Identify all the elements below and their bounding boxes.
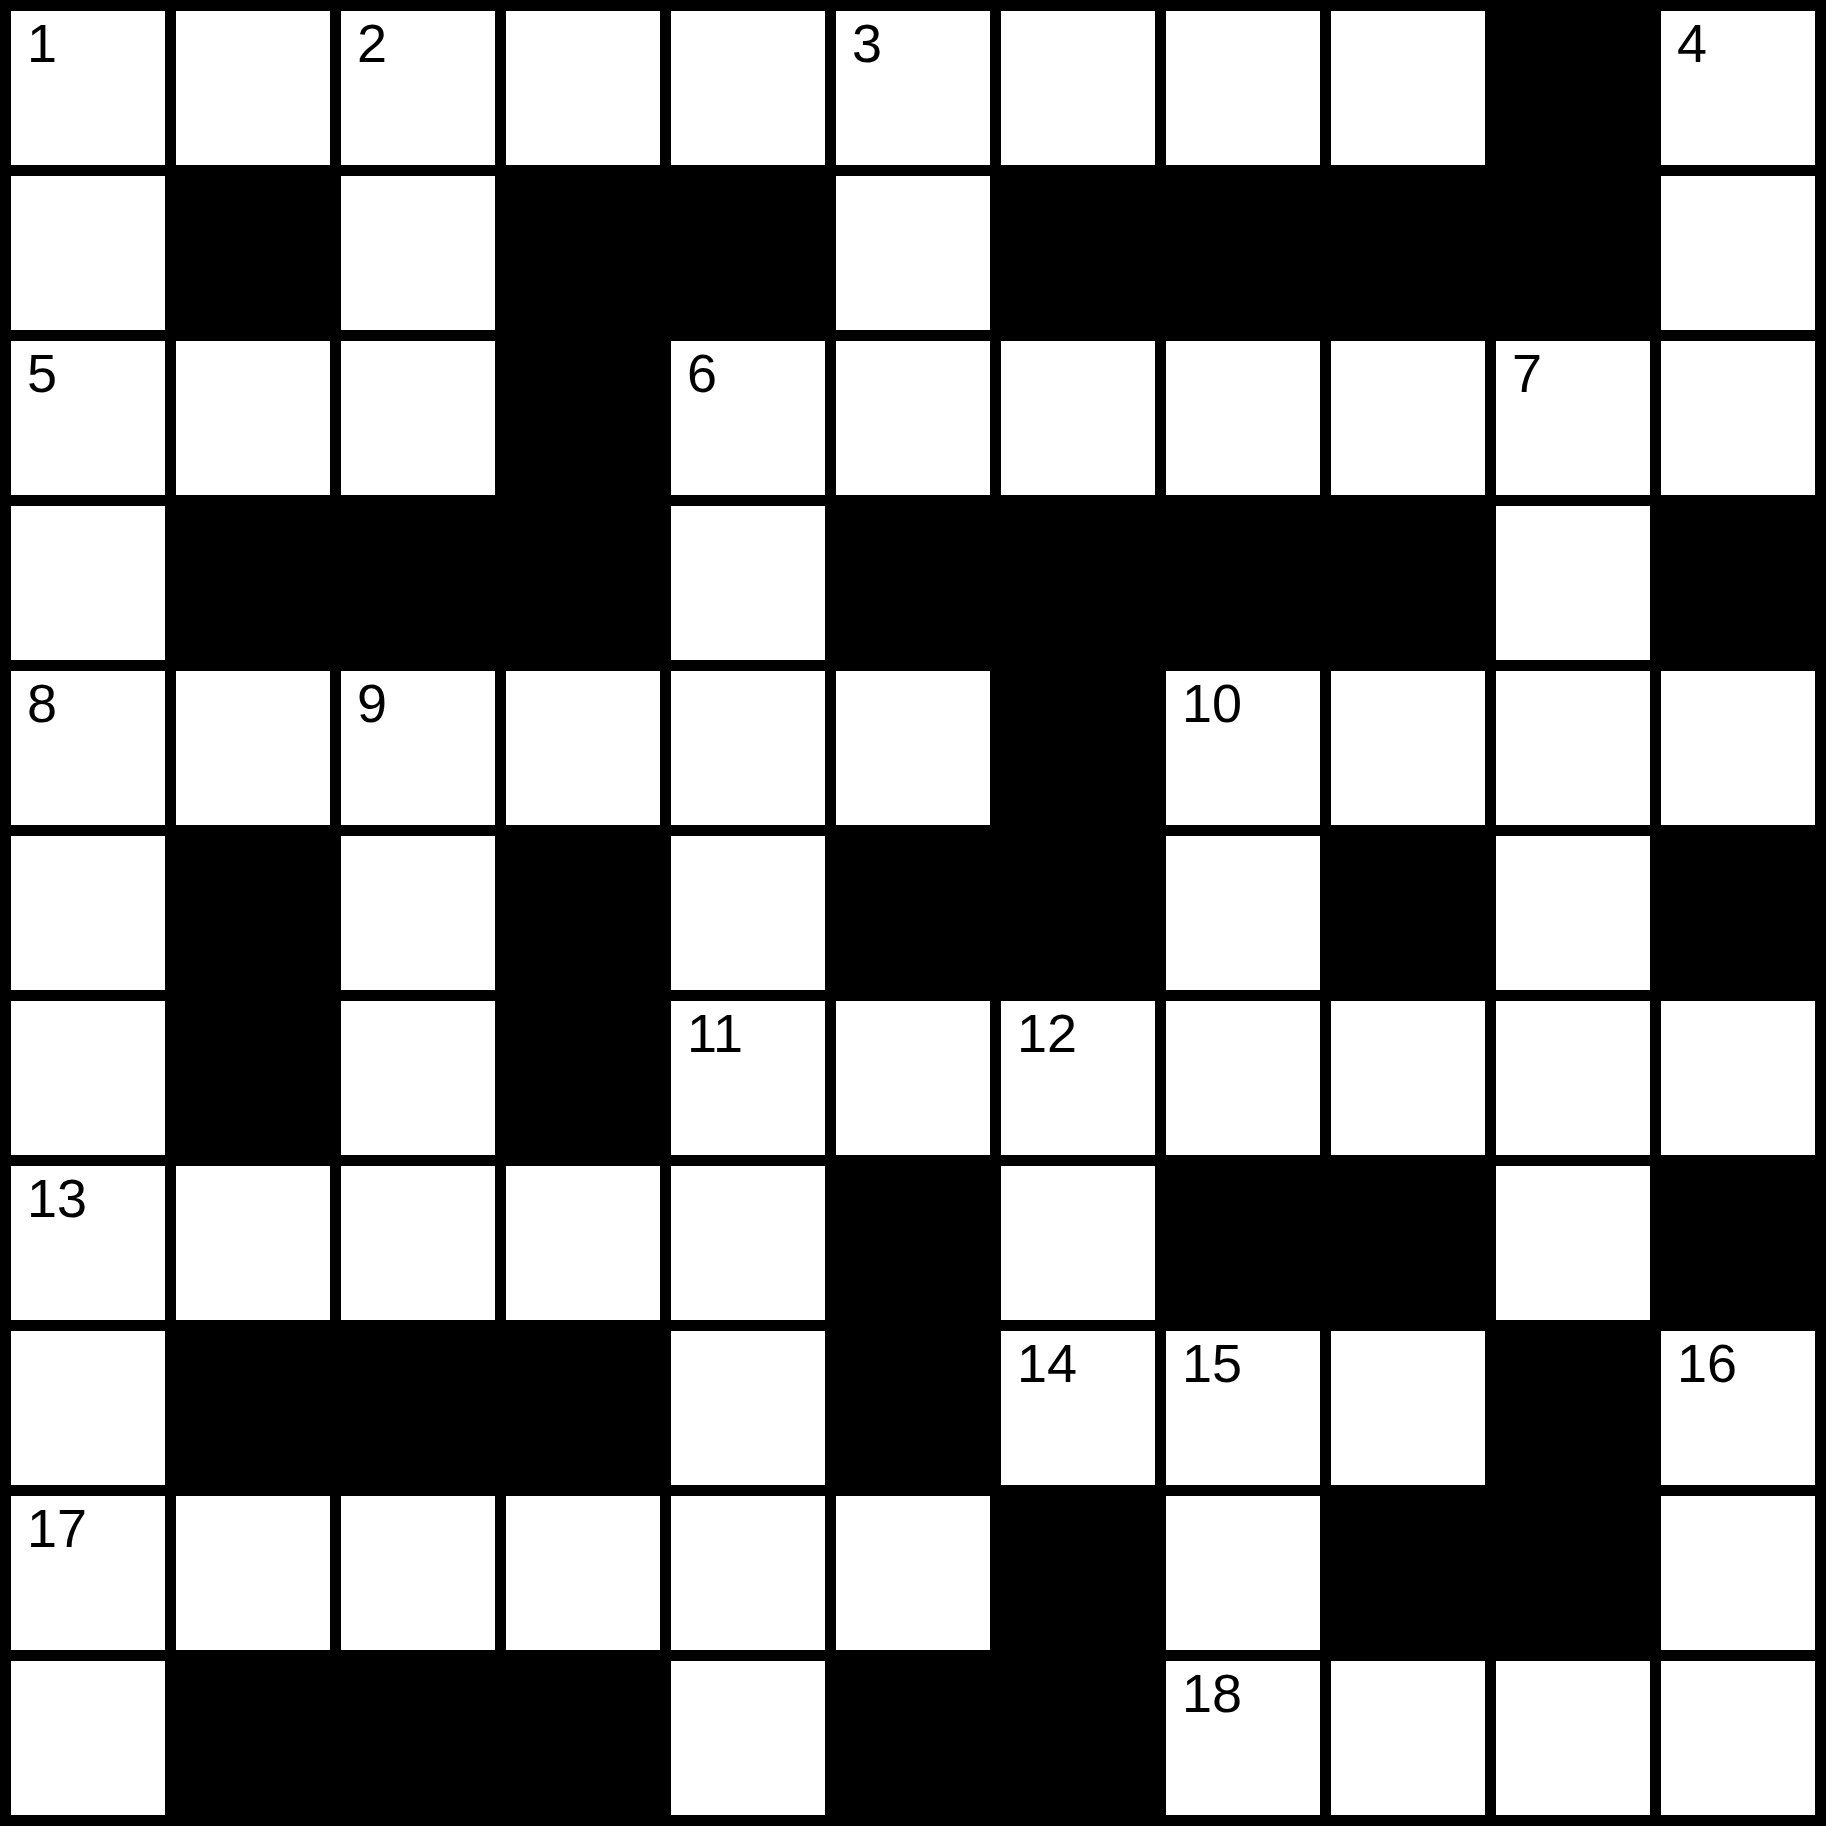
cell-r9c3[interactable] <box>506 1496 660 1650</box>
black-cell-r1c1 <box>176 176 330 330</box>
cell-r10c0[interactable] <box>11 1661 165 1815</box>
black-cell-r10c5 <box>836 1661 990 1815</box>
cell-r4c9[interactable] <box>1496 671 1650 825</box>
clue-number-14: 14 <box>1017 1336 1077 1390</box>
cell-r2c4[interactable]: 6 <box>671 341 825 495</box>
cell-r0c0[interactable]: 1 <box>11 11 165 165</box>
clue-number-9: 9 <box>357 676 387 730</box>
cell-r10c7[interactable]: 18 <box>1166 1661 1320 1815</box>
black-cell-r9c9 <box>1496 1496 1650 1650</box>
black-cell-r8c2 <box>341 1331 495 1485</box>
clue-number-6: 6 <box>687 346 717 400</box>
cell-r2c10[interactable] <box>1661 341 1815 495</box>
black-cell-r5c5 <box>836 836 990 990</box>
black-cell-r4c6 <box>1001 671 1155 825</box>
cell-r9c4[interactable] <box>671 1496 825 1650</box>
black-cell-r1c3 <box>506 176 660 330</box>
black-cell-r10c2 <box>341 1661 495 1815</box>
cell-r0c2[interactable]: 2 <box>341 11 495 165</box>
cell-r6c8[interactable] <box>1331 1001 1485 1155</box>
cell-r6c10[interactable] <box>1661 1001 1815 1155</box>
black-cell-r8c3 <box>506 1331 660 1485</box>
cell-r5c4[interactable] <box>671 836 825 990</box>
clue-number-13: 13 <box>27 1171 87 1225</box>
cell-r5c7[interactable] <box>1166 836 1320 990</box>
cell-r7c9[interactable] <box>1496 1166 1650 1320</box>
black-cell-r6c1 <box>176 1001 330 1155</box>
cell-r0c6[interactable] <box>1001 11 1155 165</box>
cell-r7c6[interactable] <box>1001 1166 1155 1320</box>
cell-r6c5[interactable] <box>836 1001 990 1155</box>
cell-r2c8[interactable] <box>1331 341 1485 495</box>
cell-r7c1[interactable] <box>176 1166 330 1320</box>
clue-number-4: 4 <box>1677 16 1707 70</box>
cell-r2c7[interactable] <box>1166 341 1320 495</box>
cell-r2c1[interactable] <box>176 341 330 495</box>
cell-r1c10[interactable] <box>1661 176 1815 330</box>
black-cell-r8c1 <box>176 1331 330 1485</box>
black-cell-r5c1 <box>176 836 330 990</box>
cell-r5c2[interactable] <box>341 836 495 990</box>
black-cell-r3c6 <box>1001 506 1155 660</box>
clue-number-16: 16 <box>1677 1336 1737 1390</box>
black-cell-r2c3 <box>506 341 660 495</box>
clue-number-12: 12 <box>1017 1006 1077 1060</box>
cell-r4c10[interactable] <box>1661 671 1815 825</box>
crossword-grid: 123456789101112131415161718 <box>0 0 1826 1826</box>
cell-r8c6[interactable]: 14 <box>1001 1331 1155 1485</box>
black-cell-r5c6 <box>1001 836 1155 990</box>
black-cell-r3c3 <box>506 506 660 660</box>
cell-r4c7[interactable]: 10 <box>1166 671 1320 825</box>
black-cell-r8c5 <box>836 1331 990 1485</box>
cell-r4c8[interactable] <box>1331 671 1485 825</box>
cell-r8c7[interactable]: 15 <box>1166 1331 1320 1485</box>
black-cell-r1c9 <box>1496 176 1650 330</box>
cell-r8c0[interactable] <box>11 1331 165 1485</box>
clue-number-17: 17 <box>27 1501 87 1555</box>
cell-r0c1[interactable] <box>176 11 330 165</box>
cell-r10c8[interactable] <box>1331 1661 1485 1815</box>
cell-r8c8[interactable] <box>1331 1331 1485 1485</box>
cell-r6c4[interactable]: 11 <box>671 1001 825 1155</box>
cell-r9c1[interactable] <box>176 1496 330 1650</box>
black-cell-r10c1 <box>176 1661 330 1815</box>
cell-r3c4[interactable] <box>671 506 825 660</box>
cell-r5c9[interactable] <box>1496 836 1650 990</box>
cell-r4c0[interactable]: 8 <box>11 671 165 825</box>
cell-r0c5[interactable]: 3 <box>836 11 990 165</box>
cell-r4c4[interactable] <box>671 671 825 825</box>
black-cell-r8c9 <box>1496 1331 1650 1485</box>
black-cell-r10c3 <box>506 1661 660 1815</box>
cell-r4c3[interactable] <box>506 671 660 825</box>
black-cell-r6c3 <box>506 1001 660 1155</box>
cell-r0c3[interactable] <box>506 11 660 165</box>
black-cell-r0c9 <box>1496 11 1650 165</box>
clue-number-3: 3 <box>852 16 882 70</box>
cell-r2c2[interactable] <box>341 341 495 495</box>
cell-r8c4[interactable] <box>671 1331 825 1485</box>
cell-r9c7[interactable] <box>1166 1496 1320 1650</box>
black-cell-r3c1 <box>176 506 330 660</box>
black-cell-r1c8 <box>1331 176 1485 330</box>
cell-r6c6[interactable]: 12 <box>1001 1001 1155 1155</box>
cell-r1c5[interactable] <box>836 176 990 330</box>
black-cell-r3c2 <box>341 506 495 660</box>
black-cell-r7c5 <box>836 1166 990 1320</box>
cell-r4c1[interactable] <box>176 671 330 825</box>
cell-r6c7[interactable] <box>1166 1001 1320 1155</box>
clue-number-1: 1 <box>27 16 57 70</box>
clue-number-10: 10 <box>1182 676 1242 730</box>
black-cell-r3c5 <box>836 506 990 660</box>
black-cell-r3c8 <box>1331 506 1485 660</box>
clue-number-8: 8 <box>27 676 57 730</box>
cell-r4c2[interactable]: 9 <box>341 671 495 825</box>
cell-r9c2[interactable] <box>341 1496 495 1650</box>
black-cell-r10c6 <box>1001 1661 1155 1815</box>
clue-number-7: 7 <box>1512 346 1542 400</box>
cell-r0c8[interactable] <box>1331 11 1485 165</box>
black-cell-r3c7 <box>1166 506 1320 660</box>
clue-number-5: 5 <box>27 346 57 400</box>
black-cell-r5c3 <box>506 836 660 990</box>
cell-r6c0[interactable] <box>11 1001 165 1155</box>
clue-number-18: 18 <box>1182 1666 1242 1720</box>
black-cell-r5c8 <box>1331 836 1485 990</box>
cell-r2c9[interactable]: 7 <box>1496 341 1650 495</box>
cell-r4c5[interactable] <box>836 671 990 825</box>
black-cell-r9c8 <box>1331 1496 1485 1650</box>
black-cell-r9c6 <box>1001 1496 1155 1650</box>
cell-r0c10[interactable]: 4 <box>1661 11 1815 165</box>
cell-r9c10[interactable] <box>1661 1496 1815 1650</box>
cell-r9c5[interactable] <box>836 1496 990 1650</box>
cell-r0c4[interactable] <box>671 11 825 165</box>
clue-number-11: 11 <box>687 1006 743 1060</box>
black-cell-r3c10 <box>1661 506 1815 660</box>
black-cell-r1c4 <box>671 176 825 330</box>
cell-r7c0[interactable]: 13 <box>11 1166 165 1320</box>
cell-r10c9[interactable] <box>1496 1661 1650 1815</box>
cell-r10c4[interactable] <box>671 1661 825 1815</box>
cell-r3c0[interactable] <box>11 506 165 660</box>
cell-r6c9[interactable] <box>1496 1001 1650 1155</box>
cell-r6c2[interactable] <box>341 1001 495 1155</box>
black-cell-r1c7 <box>1166 176 1320 330</box>
black-cell-r7c10 <box>1661 1166 1815 1320</box>
cell-r8c10[interactable]: 16 <box>1661 1331 1815 1485</box>
cell-r1c2[interactable] <box>341 176 495 330</box>
cell-r0c7[interactable] <box>1166 11 1320 165</box>
black-cell-r1c6 <box>1001 176 1155 330</box>
cell-r2c0[interactable]: 5 <box>11 341 165 495</box>
clue-number-2: 2 <box>357 16 387 70</box>
cell-r3c9[interactable] <box>1496 506 1650 660</box>
cell-r2c6[interactable] <box>1001 341 1155 495</box>
cell-r9c0[interactable]: 17 <box>11 1496 165 1650</box>
cell-r10c10[interactable] <box>1661 1661 1815 1815</box>
black-cell-r7c8 <box>1331 1166 1485 1320</box>
black-cell-r7c7 <box>1166 1166 1320 1320</box>
cell-r7c2[interactable] <box>341 1166 495 1320</box>
clue-number-15: 15 <box>1182 1336 1242 1390</box>
black-cell-r5c10 <box>1661 836 1815 990</box>
cell-r1c0[interactable] <box>11 176 165 330</box>
cell-r7c3[interactable] <box>506 1166 660 1320</box>
cell-r7c4[interactable] <box>671 1166 825 1320</box>
cell-r5c0[interactable] <box>11 836 165 990</box>
cell-r2c5[interactable] <box>836 341 990 495</box>
